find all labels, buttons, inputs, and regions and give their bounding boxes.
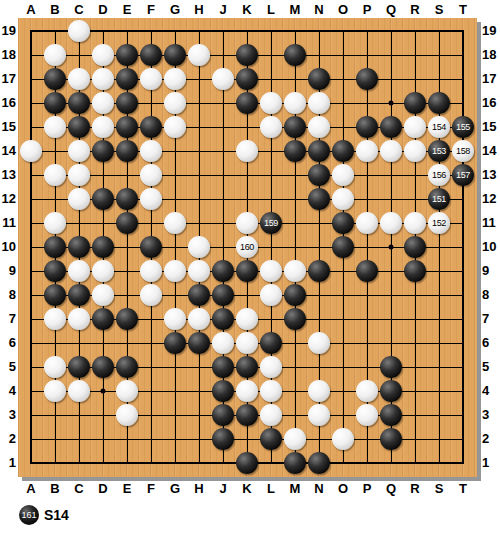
stone-white-D15[interactable]: [92, 116, 114, 138]
stone-white-M16[interactable]: [284, 92, 306, 114]
stone-black-M8[interactable]: [284, 284, 306, 306]
column-label: H: [187, 2, 211, 17]
move-number-label: 151: [432, 195, 446, 204]
stone-white-P14[interactable]: [356, 140, 378, 162]
row-label: 4: [482, 379, 500, 403]
stone-white-D17[interactable]: [92, 68, 114, 90]
stone-black-S12[interactable]: 151: [428, 188, 450, 210]
stone-white-K7[interactable]: [236, 308, 258, 330]
column-label: B: [43, 481, 67, 496]
stone-white-H10[interactable]: [188, 236, 210, 258]
stone-white-J17[interactable]: [212, 68, 234, 90]
caption-move-location: S14: [44, 507, 69, 523]
stone-black-G6[interactable]: [164, 332, 186, 354]
stone-white-H9[interactable]: [188, 260, 210, 282]
stone-black-M1[interactable]: [284, 452, 306, 474]
stone-white-K6[interactable]: [236, 332, 258, 354]
stone-white-G11[interactable]: [164, 212, 186, 234]
move-number-label: 153: [432, 147, 446, 156]
stone-black-O14[interactable]: [332, 140, 354, 162]
column-label: O: [331, 481, 355, 496]
stone-white-S15[interactable]: 154: [428, 116, 450, 138]
column-label: O: [331, 2, 355, 17]
stone-black-J4[interactable]: [212, 380, 234, 402]
stone-white-D8[interactable]: [92, 284, 114, 306]
row-label: 11: [0, 211, 16, 235]
column-label: H: [187, 481, 211, 496]
stone-white-F14[interactable]: [140, 140, 162, 162]
column-label: R: [403, 2, 427, 17]
row-label: 5: [482, 355, 500, 379]
stone-black-D14[interactable]: [92, 140, 114, 162]
stone-white-N15[interactable]: [308, 116, 330, 138]
stone-black-C5[interactable]: [68, 356, 90, 378]
stone-white-C7[interactable]: [68, 308, 90, 330]
row-label: 18: [482, 43, 500, 67]
stone-black-D5[interactable]: [92, 356, 114, 378]
stone-white-N3[interactable]: [308, 404, 330, 426]
stone-black-M15[interactable]: [284, 116, 306, 138]
stone-black-Q2[interactable]: [380, 428, 402, 450]
stone-white-C9[interactable]: [68, 260, 90, 282]
column-label: N: [307, 481, 331, 496]
column-label: K: [235, 2, 259, 17]
stone-black-K1[interactable]: [236, 452, 258, 474]
stone-white-F8[interactable]: [140, 284, 162, 306]
stone-black-S16[interactable]: [428, 92, 450, 114]
stone-white-Q11[interactable]: [380, 212, 402, 234]
stone-black-E15[interactable]: [116, 116, 138, 138]
move-number-label: 160: [240, 243, 254, 252]
move-caption: 161 S14: [19, 505, 69, 525]
stone-white-T14[interactable]: 158: [452, 140, 474, 162]
stone-white-A14[interactable]: [20, 140, 42, 162]
stone-black-P9[interactable]: [356, 260, 378, 282]
stone-black-E11[interactable]: [116, 212, 138, 234]
column-label: L: [259, 481, 283, 496]
stone-black-D7[interactable]: [92, 308, 114, 330]
column-label: T: [451, 481, 475, 496]
move-number-label: 157: [456, 171, 470, 180]
stone-white-F12[interactable]: [140, 188, 162, 210]
stone-black-J2[interactable]: [212, 428, 234, 450]
stone-white-B15[interactable]: [44, 116, 66, 138]
stone-white-L8[interactable]: [260, 284, 282, 306]
stone-white-N16[interactable]: [308, 92, 330, 114]
stone-white-G7[interactable]: [164, 308, 186, 330]
stone-white-G16[interactable]: [164, 92, 186, 114]
bottom-column-labels: ABCDEFGHJKLMNOPQRST: [19, 481, 475, 496]
row-label: 16: [0, 91, 16, 115]
stone-white-F13[interactable]: [140, 164, 162, 186]
stone-black-Q3[interactable]: [380, 404, 402, 426]
column-label: Q: [379, 481, 403, 496]
stone-white-L9[interactable]: [260, 260, 282, 282]
stone-white-C14[interactable]: [68, 140, 90, 162]
column-label: R: [403, 481, 427, 496]
stone-white-L15[interactable]: [260, 116, 282, 138]
stone-white-K11[interactable]: [236, 212, 258, 234]
stone-white-L5[interactable]: [260, 356, 282, 378]
stone-white-C12[interactable]: [68, 188, 90, 210]
column-label: F: [139, 2, 163, 17]
stone-black-N13[interactable]: [308, 164, 330, 186]
stone-black-B16[interactable]: [44, 92, 66, 114]
stone-black-E16[interactable]: [116, 92, 138, 114]
column-label: K: [235, 481, 259, 496]
row-label: 2: [0, 427, 16, 451]
stone-white-H18[interactable]: [188, 44, 210, 66]
stone-white-J6[interactable]: [212, 332, 234, 354]
row-label: 17: [482, 67, 500, 91]
stone-black-E18[interactable]: [116, 44, 138, 66]
stone-white-E4[interactable]: [116, 380, 138, 402]
row-label: 16: [482, 91, 500, 115]
column-label: D: [91, 2, 115, 17]
stone-black-R16[interactable]: [404, 92, 426, 114]
stone-black-S14[interactable]: 153: [428, 140, 450, 162]
stone-black-K5[interactable]: [236, 356, 258, 378]
stone-black-L2[interactable]: [260, 428, 282, 450]
stone-black-B10[interactable]: [44, 236, 66, 258]
row-label: 19: [482, 19, 500, 43]
stone-black-F15[interactable]: [140, 116, 162, 138]
stone-white-B4[interactable]: [44, 380, 66, 402]
stone-black-Q5[interactable]: [380, 356, 402, 378]
stone-white-M2[interactable]: [284, 428, 306, 450]
row-label: 14: [482, 139, 500, 163]
top-column-labels: ABCDEFGHJKLMNOPQRST: [19, 2, 475, 17]
column-label: C: [67, 481, 91, 496]
row-label: 1: [0, 451, 16, 475]
stone-black-M7[interactable]: [284, 308, 306, 330]
stone-black-J3[interactable]: [212, 404, 234, 426]
column-label: M: [283, 481, 307, 496]
stone-black-E14[interactable]: [116, 140, 138, 162]
row-label: 14: [0, 139, 16, 163]
row-label: 13: [482, 163, 500, 187]
stone-black-K9[interactable]: [236, 260, 258, 282]
stone-white-B13[interactable]: [44, 164, 66, 186]
stone-black-N17[interactable]: [308, 68, 330, 90]
stone-white-P3[interactable]: [356, 404, 378, 426]
column-label: G: [163, 2, 187, 17]
row-label: 8: [0, 283, 16, 307]
stone-black-E5[interactable]: [116, 356, 138, 378]
row-label: 10: [482, 235, 500, 259]
column-label: L: [259, 2, 283, 17]
stone-black-N9[interactable]: [308, 260, 330, 282]
stone-black-Q4[interactable]: [380, 380, 402, 402]
row-label: 15: [482, 115, 500, 139]
stone-white-R14[interactable]: [404, 140, 426, 162]
stone-black-R9[interactable]: [404, 260, 426, 282]
row-label: 4: [0, 379, 16, 403]
column-label: E: [115, 2, 139, 17]
row-label: 19: [0, 19, 16, 43]
stone-white-G9[interactable]: [164, 260, 186, 282]
stone-black-C15[interactable]: [68, 116, 90, 138]
stone-black-N12[interactable]: [308, 188, 330, 210]
stone-black-K18[interactable]: [236, 44, 258, 66]
column-label: J: [211, 2, 235, 17]
column-label: T: [451, 2, 475, 17]
stone-black-T15[interactable]: 155: [452, 116, 474, 138]
column-label: J: [211, 481, 235, 496]
row-label: 9: [482, 259, 500, 283]
row-label: 3: [482, 403, 500, 427]
stone-white-B11[interactable]: [44, 212, 66, 234]
stone-white-L4[interactable]: [260, 380, 282, 402]
row-label: 5: [0, 355, 16, 379]
stone-white-O13[interactable]: [332, 164, 354, 186]
row-label: 12: [482, 187, 500, 211]
stone-white-C19[interactable]: [68, 20, 90, 42]
stone-white-C4[interactable]: [68, 380, 90, 402]
move-number-label: 156: [432, 171, 446, 180]
stone-white-N6[interactable]: [308, 332, 330, 354]
stone-white-E3[interactable]: [116, 404, 138, 426]
caption-move-stone: 161: [19, 505, 39, 525]
left-row-labels: 19181716151413121110987654321: [0, 19, 16, 475]
stone-black-J5[interactable]: [212, 356, 234, 378]
stone-black-L6[interactable]: [260, 332, 282, 354]
stone-black-G18[interactable]: [164, 44, 186, 66]
stone-white-C13[interactable]: [68, 164, 90, 186]
row-label: 1: [482, 451, 500, 475]
stone-black-B9[interactable]: [44, 260, 66, 282]
stone-white-N4[interactable]: [308, 380, 330, 402]
stone-black-B8[interactable]: [44, 284, 66, 306]
stone-black-H8[interactable]: [188, 284, 210, 306]
stone-white-B18[interactable]: [44, 44, 66, 66]
stone-black-K17[interactable]: [236, 68, 258, 90]
stone-white-K10[interactable]: 160: [236, 236, 258, 258]
column-label: B: [43, 2, 67, 17]
row-label: 12: [0, 187, 16, 211]
stone-black-E17[interactable]: [116, 68, 138, 90]
stone-black-N1[interactable]: [308, 452, 330, 474]
stone-black-O11[interactable]: [332, 212, 354, 234]
row-label: 7: [0, 307, 16, 331]
column-label: A: [19, 481, 43, 496]
stone-black-N14[interactable]: [308, 140, 330, 162]
stone-white-P4[interactable]: [356, 380, 378, 402]
column-label: G: [163, 481, 187, 496]
column-label: M: [283, 2, 307, 17]
stone-black-E7[interactable]: [116, 308, 138, 330]
stone-white-L16[interactable]: [260, 92, 282, 114]
stone-white-S13[interactable]: 156: [428, 164, 450, 186]
row-label: 3: [0, 403, 16, 427]
stone-black-F10[interactable]: [140, 236, 162, 258]
column-label: S: [427, 2, 451, 17]
stone-white-G17[interactable]: [164, 68, 186, 90]
row-label: 6: [482, 331, 500, 355]
row-label: 7: [482, 307, 500, 331]
stone-black-D10[interactable]: [92, 236, 114, 258]
column-label: Q: [379, 2, 403, 17]
stone-black-Q15[interactable]: [380, 116, 402, 138]
stone-black-K3[interactable]: [236, 404, 258, 426]
stone-white-O12[interactable]: [332, 188, 354, 210]
row-label: 11: [482, 211, 500, 235]
stone-white-D9[interactable]: [92, 260, 114, 282]
stone-white-M9[interactable]: [284, 260, 306, 282]
stone-white-P11[interactable]: [356, 212, 378, 234]
row-label: 17: [0, 67, 16, 91]
stones-layer[interactable]: 154155153158156157151159152160: [19, 19, 475, 475]
column-label: N: [307, 2, 331, 17]
move-number-label: 152: [432, 219, 446, 228]
stone-white-B5[interactable]: [44, 356, 66, 378]
stone-black-P17[interactable]: [356, 68, 378, 90]
stone-black-T13[interactable]: 157: [452, 164, 474, 186]
stone-white-R15[interactable]: [404, 116, 426, 138]
stone-white-L3[interactable]: [260, 404, 282, 426]
row-label: 18: [0, 43, 16, 67]
stone-black-C8[interactable]: [68, 284, 90, 306]
column-label: A: [19, 2, 43, 17]
column-label: F: [139, 481, 163, 496]
stone-black-H6[interactable]: [188, 332, 210, 354]
row-label: 2: [482, 427, 500, 451]
stone-black-C16[interactable]: [68, 92, 90, 114]
move-number-label: 154: [432, 123, 446, 132]
row-label: 10: [0, 235, 16, 259]
stone-white-D16[interactable]: [92, 92, 114, 114]
stone-white-H7[interactable]: [188, 308, 210, 330]
stone-white-F17[interactable]: [140, 68, 162, 90]
stone-black-M18[interactable]: [284, 44, 306, 66]
stone-white-K14[interactable]: [236, 140, 258, 162]
stone-black-O10[interactable]: [332, 236, 354, 258]
stone-black-R10[interactable]: [404, 236, 426, 258]
stone-white-B7[interactable]: [44, 308, 66, 330]
column-label: P: [355, 481, 379, 496]
stone-white-Q14[interactable]: [380, 140, 402, 162]
stone-white-O2[interactable]: [332, 428, 354, 450]
row-label: 8: [482, 283, 500, 307]
column-label: E: [115, 481, 139, 496]
row-label: 15: [0, 115, 16, 139]
column-label: S: [427, 481, 451, 496]
stone-white-F9[interactable]: [140, 260, 162, 282]
stone-black-D12[interactable]: [92, 188, 114, 210]
stone-white-D18[interactable]: [92, 44, 114, 66]
stone-black-P15[interactable]: [356, 116, 378, 138]
stone-white-K4[interactable]: [236, 380, 258, 402]
move-number-label: 159: [264, 219, 278, 228]
row-label: 6: [0, 331, 16, 355]
column-label: C: [67, 2, 91, 17]
column-label: P: [355, 2, 379, 17]
move-number-label: 155: [456, 123, 470, 132]
stone-white-G15[interactable]: [164, 116, 186, 138]
right-row-labels: 19181716151413121110987654321: [482, 19, 500, 475]
stone-white-C17[interactable]: [68, 68, 90, 90]
stone-black-K16[interactable]: [236, 92, 258, 114]
stone-black-M14[interactable]: [284, 140, 306, 162]
stone-black-J9[interactable]: [212, 260, 234, 282]
stone-black-L11[interactable]: 159: [260, 212, 282, 234]
stone-black-F18[interactable]: [140, 44, 162, 66]
row-label: 13: [0, 163, 16, 187]
stone-black-J7[interactable]: [212, 308, 234, 330]
stone-black-C10[interactable]: [68, 236, 90, 258]
stone-black-E12[interactable]: [116, 188, 138, 210]
column-label: D: [91, 481, 115, 496]
stone-black-J8[interactable]: [212, 284, 234, 306]
move-number-label: 158: [456, 147, 470, 156]
go-board[interactable]: 154155153158156157151159152160: [18, 18, 477, 477]
stone-black-B17[interactable]: [44, 68, 66, 90]
stone-white-S11[interactable]: 152: [428, 212, 450, 234]
stone-white-R11[interactable]: [404, 212, 426, 234]
row-label: 9: [0, 259, 16, 283]
